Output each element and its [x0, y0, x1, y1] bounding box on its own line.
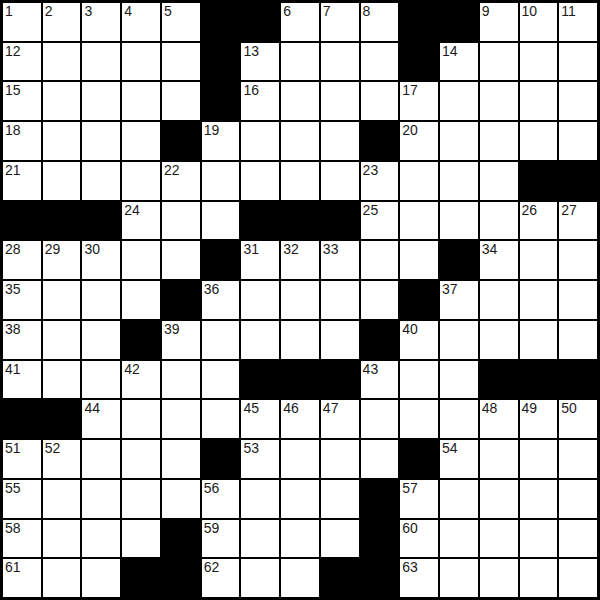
cell-r5c13[interactable] [480, 162, 518, 200]
cell-r2c2[interactable] [43, 43, 81, 81]
cell-r14c12[interactable] [440, 520, 478, 558]
clue-number-41: 41 [5, 361, 21, 377]
cell-r10c3[interactable] [82, 361, 120, 399]
black-cell-r6c3 [82, 202, 120, 240]
cell-r2c8[interactable] [281, 43, 319, 81]
cell-r13c13[interactable] [480, 480, 518, 518]
clue-number-61: 61 [5, 559, 21, 575]
cell-r8c1[interactable]: 35 [3, 281, 41, 319]
cell-r15c14[interactable] [520, 559, 558, 597]
clue-number-12: 12 [5, 43, 21, 59]
cell-r4c8[interactable] [281, 122, 319, 160]
cell-r11c7[interactable]: 45 [241, 400, 279, 438]
cell-r15c8[interactable] [281, 559, 319, 597]
cell-r10c2[interactable] [43, 361, 81, 399]
cell-r2c10[interactable] [361, 43, 399, 81]
black-cell-r5c14 [520, 162, 558, 200]
clue-number-43: 43 [363, 361, 379, 377]
black-cell-r12c11 [400, 440, 438, 478]
clue-number-37: 37 [442, 281, 458, 297]
cell-r3c5[interactable] [162, 82, 200, 120]
cell-r12c5[interactable] [162, 440, 200, 478]
cell-r13c1[interactable]: 55 [3, 480, 41, 518]
black-cell-r7c12 [440, 241, 478, 279]
cell-r12c2[interactable]: 52 [43, 440, 81, 478]
black-cell-r13c10 [361, 480, 399, 518]
cell-r14c1[interactable]: 58 [3, 520, 41, 558]
cell-r12c14[interactable] [520, 440, 558, 478]
cell-r6c6[interactable] [202, 202, 240, 240]
cell-r3c13[interactable] [480, 82, 518, 120]
clue-number-5: 5 [164, 3, 172, 19]
cell-r11c6[interactable] [202, 400, 240, 438]
cell-r2c13[interactable] [480, 43, 518, 81]
cell-r8c7[interactable] [241, 281, 279, 319]
cell-r4c3[interactable] [82, 122, 120, 160]
cell-r5c2[interactable] [43, 162, 81, 200]
cell-r8c15[interactable] [559, 281, 597, 319]
clue-number-25: 25 [363, 202, 379, 218]
cell-r4c7[interactable] [241, 122, 279, 160]
cell-r6c14[interactable]: 26 [520, 202, 558, 240]
clue-number-35: 35 [5, 281, 21, 297]
clue-number-36: 36 [204, 281, 220, 297]
cell-r11c9[interactable]: 47 [321, 400, 359, 438]
clue-number-15: 15 [5, 82, 21, 98]
cell-r11c8[interactable]: 46 [281, 400, 319, 438]
clue-number-4: 4 [124, 3, 132, 19]
cell-r3c1[interactable]: 15 [3, 82, 41, 120]
cell-r1c13[interactable]: 9 [480, 3, 518, 41]
cell-r13c9[interactable] [321, 480, 359, 518]
cell-r11c12[interactable] [440, 400, 478, 438]
clue-number-45: 45 [243, 400, 259, 416]
black-cell-r11c2 [43, 400, 81, 438]
cell-r10c5[interactable] [162, 361, 200, 399]
clue-number-31: 31 [243, 241, 259, 257]
clue-number-39: 39 [164, 321, 180, 337]
black-cell-r6c7 [241, 202, 279, 240]
cell-r11c10[interactable] [361, 400, 399, 438]
cell-r4c9[interactable] [321, 122, 359, 160]
cell-r12c8[interactable] [281, 440, 319, 478]
cell-r9c11[interactable]: 40 [400, 321, 438, 359]
cell-r1c4[interactable]: 4 [122, 3, 160, 41]
cell-r12c13[interactable] [480, 440, 518, 478]
black-cell-r1c7 [241, 3, 279, 41]
cell-r5c4[interactable] [122, 162, 160, 200]
cell-r5c11[interactable] [400, 162, 438, 200]
cell-r5c9[interactable] [321, 162, 359, 200]
cell-r7c8[interactable]: 32 [281, 241, 319, 279]
cell-r4c12[interactable] [440, 122, 478, 160]
clue-number-33: 33 [323, 241, 339, 257]
black-cell-r3c6 [202, 82, 240, 120]
clue-number-48: 48 [482, 400, 498, 416]
cell-r11c13[interactable]: 48 [480, 400, 518, 438]
cell-r11c3[interactable]: 44 [82, 400, 120, 438]
clue-number-49: 49 [522, 400, 538, 416]
cell-r5c8[interactable] [281, 162, 319, 200]
black-cell-r10c7 [241, 361, 279, 399]
clue-number-47: 47 [323, 400, 339, 416]
cell-r8c8[interactable] [281, 281, 319, 319]
cell-r11c4[interactable] [122, 400, 160, 438]
clue-number-14: 14 [442, 43, 458, 59]
cell-r13c15[interactable] [559, 480, 597, 518]
clue-number-63: 63 [402, 559, 418, 575]
cell-r12c9[interactable] [321, 440, 359, 478]
cell-r14c7[interactable] [241, 520, 279, 558]
clue-number-59: 59 [204, 520, 220, 536]
cell-r8c2[interactable] [43, 281, 81, 319]
black-cell-r15c10 [361, 559, 399, 597]
clue-number-2: 2 [45, 3, 53, 19]
black-cell-r7c6 [202, 241, 240, 279]
cell-r12c4[interactable] [122, 440, 160, 478]
clue-number-60: 60 [402, 520, 418, 536]
cell-r6c10[interactable]: 25 [361, 202, 399, 240]
cell-r3c7[interactable]: 16 [241, 82, 279, 120]
cell-r2c14[interactable] [520, 43, 558, 81]
cell-r9c6[interactable] [202, 321, 240, 359]
clue-number-13: 13 [243, 43, 259, 59]
cell-r9c1[interactable]: 38 [3, 321, 41, 359]
cell-r5c5[interactable]: 22 [162, 162, 200, 200]
cell-r4c11[interactable]: 20 [400, 122, 438, 160]
black-cell-r10c13 [480, 361, 518, 399]
black-cell-r1c6 [202, 3, 240, 41]
clue-number-27: 27 [561, 202, 577, 218]
cell-r2c15[interactable] [559, 43, 597, 81]
cell-r3c12[interactable] [440, 82, 478, 120]
cell-r13c5[interactable] [162, 480, 200, 518]
cell-r7c5[interactable] [162, 241, 200, 279]
crossword-grid: 1234567891011121314151617181920212223242… [0, 0, 600, 600]
cell-r10c10[interactable]: 43 [361, 361, 399, 399]
clue-number-55: 55 [5, 480, 21, 496]
cell-r10c1[interactable]: 41 [3, 361, 41, 399]
clue-number-44: 44 [84, 400, 100, 416]
cell-r13c4[interactable] [122, 480, 160, 518]
clue-number-58: 58 [5, 520, 21, 536]
clue-number-51: 51 [5, 440, 21, 456]
cell-r15c2[interactable] [43, 559, 81, 597]
clue-number-57: 57 [402, 480, 418, 496]
cell-r12c3[interactable] [82, 440, 120, 478]
cell-r10c11[interactable] [400, 361, 438, 399]
cell-r5c7[interactable] [241, 162, 279, 200]
black-cell-r6c1 [3, 202, 41, 240]
black-cell-r1c11 [400, 3, 438, 41]
cell-r1c14[interactable]: 10 [520, 3, 558, 41]
clue-number-19: 19 [204, 122, 220, 138]
clue-number-34: 34 [482, 241, 498, 257]
cell-r2c5[interactable] [162, 43, 200, 81]
cell-r2c9[interactable] [321, 43, 359, 81]
black-cell-r10c9 [321, 361, 359, 399]
cell-r9c12[interactable] [440, 321, 478, 359]
black-cell-r1c12 [440, 3, 478, 41]
cell-r4c1[interactable]: 18 [3, 122, 41, 160]
cell-r8c14[interactable] [520, 281, 558, 319]
cell-r6c11[interactable] [400, 202, 438, 240]
cell-r1c5[interactable]: 5 [162, 3, 200, 41]
cell-r12c7[interactable]: 53 [241, 440, 279, 478]
cell-r9c14[interactable] [520, 321, 558, 359]
clue-number-6: 6 [283, 3, 291, 19]
cell-r1c1[interactable]: 1 [3, 3, 41, 41]
clue-number-21: 21 [5, 162, 21, 178]
clue-number-42: 42 [124, 361, 140, 377]
cell-r8c3[interactable] [82, 281, 120, 319]
cell-r11c14[interactable]: 49 [520, 400, 558, 438]
cell-r13c14[interactable] [520, 480, 558, 518]
cell-r4c15[interactable] [559, 122, 597, 160]
cell-r8c10[interactable] [361, 281, 399, 319]
cell-r3c8[interactable] [281, 82, 319, 120]
cell-r8c4[interactable] [122, 281, 160, 319]
cell-r13c2[interactable] [43, 480, 81, 518]
cell-r4c14[interactable] [520, 122, 558, 160]
clue-number-22: 22 [164, 162, 180, 178]
cell-r10c4[interactable]: 42 [122, 361, 160, 399]
cell-r2c1[interactable]: 12 [3, 43, 41, 81]
cell-r13c11[interactable]: 57 [400, 480, 438, 518]
cell-r12c15[interactable] [559, 440, 597, 478]
cell-r10c12[interactable] [440, 361, 478, 399]
cell-r14c15[interactable] [559, 520, 597, 558]
cell-r14c14[interactable] [520, 520, 558, 558]
cell-r2c4[interactable] [122, 43, 160, 81]
cell-r6c4[interactable]: 24 [122, 202, 160, 240]
cell-r3c3[interactable] [82, 82, 120, 120]
cell-r7c2[interactable]: 29 [43, 241, 81, 279]
black-cell-r10c15 [559, 361, 597, 399]
cell-r7c7[interactable]: 31 [241, 241, 279, 279]
cell-r3c15[interactable] [559, 82, 597, 120]
cell-r3c10[interactable] [361, 82, 399, 120]
clue-number-38: 38 [5, 321, 21, 337]
black-cell-r9c4 [122, 321, 160, 359]
cell-r8c9[interactable] [321, 281, 359, 319]
clue-number-56: 56 [204, 480, 220, 496]
cell-r5c1[interactable]: 21 [3, 162, 41, 200]
cell-r15c11[interactable]: 63 [400, 559, 438, 597]
cell-r6c15[interactable]: 27 [559, 202, 597, 240]
cell-r14c9[interactable] [321, 520, 359, 558]
clue-number-24: 24 [124, 202, 140, 218]
clue-number-8: 8 [363, 3, 371, 19]
clue-number-9: 9 [482, 3, 490, 19]
cell-r4c13[interactable] [480, 122, 518, 160]
cell-r13c3[interactable] [82, 480, 120, 518]
black-cell-r14c10 [361, 520, 399, 558]
cell-r14c6[interactable]: 59 [202, 520, 240, 558]
cell-r7c14[interactable] [520, 241, 558, 279]
clue-number-50: 50 [561, 400, 577, 416]
cell-r1c8[interactable]: 6 [281, 3, 319, 41]
cell-r3c14[interactable] [520, 82, 558, 120]
cell-r15c12[interactable] [440, 559, 478, 597]
black-cell-r6c8 [281, 202, 319, 240]
cell-r10c6[interactable] [202, 361, 240, 399]
black-cell-r9c10 [361, 321, 399, 359]
black-cell-r15c4 [122, 559, 160, 597]
black-cell-r15c5 [162, 559, 200, 597]
black-cell-r5c15 [559, 162, 597, 200]
black-cell-r4c10 [361, 122, 399, 160]
cell-r13c8[interactable] [281, 480, 319, 518]
cell-r5c6[interactable] [202, 162, 240, 200]
black-cell-r8c11 [400, 281, 438, 319]
cell-r8c13[interactable] [480, 281, 518, 319]
cell-r14c13[interactable] [480, 520, 518, 558]
cell-r9c8[interactable] [281, 321, 319, 359]
cell-r14c4[interactable] [122, 520, 160, 558]
clue-number-1: 1 [5, 3, 13, 19]
black-cell-r8c5 [162, 281, 200, 319]
cell-r6c5[interactable] [162, 202, 200, 240]
cell-r14c3[interactable] [82, 520, 120, 558]
cell-r15c6[interactable]: 62 [202, 559, 240, 597]
clue-number-11: 11 [561, 3, 576, 19]
cell-r6c12[interactable] [440, 202, 478, 240]
clue-number-16: 16 [243, 82, 259, 98]
cell-r15c15[interactable] [559, 559, 597, 597]
cell-r12c1[interactable]: 51 [3, 440, 41, 478]
cell-r5c3[interactable] [82, 162, 120, 200]
cell-r1c3[interactable]: 3 [82, 3, 120, 41]
cell-r11c15[interactable]: 50 [559, 400, 597, 438]
clue-number-30: 30 [84, 241, 100, 257]
black-cell-r4c5 [162, 122, 200, 160]
cell-r2c12[interactable]: 14 [440, 43, 478, 81]
cell-r9c3[interactable] [82, 321, 120, 359]
cell-r15c7[interactable] [241, 559, 279, 597]
clue-number-17: 17 [402, 82, 418, 98]
cell-r13c6[interactable]: 56 [202, 480, 240, 518]
clue-number-20: 20 [402, 122, 418, 138]
cell-r7c11[interactable] [400, 241, 438, 279]
cell-r1c10[interactable]: 8 [361, 3, 399, 41]
clue-number-18: 18 [5, 122, 21, 138]
black-cell-r10c8 [281, 361, 319, 399]
clue-number-54: 54 [442, 440, 458, 456]
clue-number-23: 23 [363, 162, 379, 178]
black-cell-r6c9 [321, 202, 359, 240]
cell-r9c2[interactable] [43, 321, 81, 359]
cell-r7c3[interactable]: 30 [82, 241, 120, 279]
cell-r3c2[interactable] [43, 82, 81, 120]
cell-r7c10[interactable] [361, 241, 399, 279]
cell-r1c2[interactable]: 2 [43, 3, 81, 41]
clue-number-3: 3 [84, 3, 92, 19]
black-cell-r14c5 [162, 520, 200, 558]
cell-r9c13[interactable] [480, 321, 518, 359]
cell-r8c12[interactable]: 37 [440, 281, 478, 319]
clue-number-29: 29 [45, 241, 61, 257]
clue-number-32: 32 [283, 241, 299, 257]
black-cell-r12c6 [202, 440, 240, 478]
cell-r14c2[interactable] [43, 520, 81, 558]
cell-r6c13[interactable] [480, 202, 518, 240]
cell-r3c9[interactable] [321, 82, 359, 120]
black-cell-r15c9 [321, 559, 359, 597]
cell-r7c1[interactable]: 28 [3, 241, 41, 279]
clue-number-40: 40 [402, 321, 418, 337]
cell-r12c12[interactable]: 54 [440, 440, 478, 478]
cell-r15c1[interactable]: 61 [3, 559, 41, 597]
cell-r11c5[interactable] [162, 400, 200, 438]
cell-r4c4[interactable] [122, 122, 160, 160]
cell-r5c10[interactable]: 23 [361, 162, 399, 200]
clue-number-10: 10 [522, 3, 538, 19]
cell-r8c6[interactable]: 36 [202, 281, 240, 319]
black-cell-r6c2 [43, 202, 81, 240]
black-cell-r2c6 [202, 43, 240, 81]
cell-r1c15[interactable]: 11 [559, 3, 597, 41]
cell-r15c3[interactable] [82, 559, 120, 597]
black-cell-r2c11 [400, 43, 438, 81]
clue-number-26: 26 [522, 202, 538, 218]
cell-r7c4[interactable] [122, 241, 160, 279]
cell-r13c7[interactable] [241, 480, 279, 518]
cell-r2c3[interactable] [82, 43, 120, 81]
cell-r11c11[interactable] [400, 400, 438, 438]
clue-number-7: 7 [323, 3, 331, 19]
cell-r13c12[interactable] [440, 480, 478, 518]
cell-r9c15[interactable] [559, 321, 597, 359]
cell-r5c12[interactable] [440, 162, 478, 200]
cell-r12c10[interactable] [361, 440, 399, 478]
cell-r15c13[interactable] [480, 559, 518, 597]
cell-r9c5[interactable]: 39 [162, 321, 200, 359]
cell-r9c7[interactable] [241, 321, 279, 359]
cell-r14c8[interactable] [281, 520, 319, 558]
clue-number-53: 53 [243, 440, 259, 456]
cell-r9c9[interactable] [321, 321, 359, 359]
clue-number-28: 28 [5, 241, 21, 257]
cell-r14c11[interactable]: 60 [400, 520, 438, 558]
black-cell-r11c1 [3, 400, 41, 438]
cell-r2c7[interactable]: 13 [241, 43, 279, 81]
black-cell-r10c14 [520, 361, 558, 399]
clue-number-46: 46 [283, 400, 299, 416]
cell-r4c6[interactable]: 19 [202, 122, 240, 160]
clue-number-52: 52 [45, 440, 61, 456]
cell-r7c15[interactable] [559, 241, 597, 279]
cell-r7c13[interactable]: 34 [480, 241, 518, 279]
cell-r7c9[interactable]: 33 [321, 241, 359, 279]
clue-number-62: 62 [204, 559, 220, 575]
cell-r4c2[interactable] [43, 122, 81, 160]
cell-r3c11[interactable]: 17 [400, 82, 438, 120]
cell-r3c4[interactable] [122, 82, 160, 120]
cell-r1c9[interactable]: 7 [321, 3, 359, 41]
